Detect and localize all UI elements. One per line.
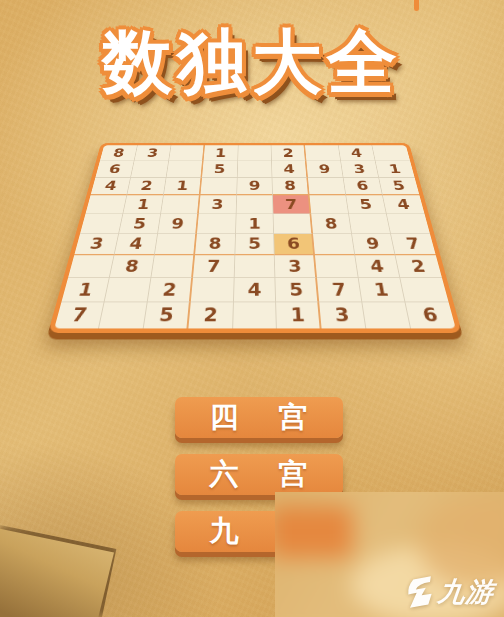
cell-r6c8: 9 [352, 234, 395, 255]
cell-r7c4: 7 [193, 255, 235, 278]
cell-r7c2: 8 [110, 255, 155, 278]
cell-r2c7: 9 [307, 161, 344, 178]
blurred-button-remnant [275, 506, 353, 558]
cell-r9c6: 1 [277, 302, 322, 328]
cell-r5c2: 5 [119, 214, 161, 234]
cell-r6c5: 5 [235, 234, 275, 255]
cell-r5c7: 8 [312, 214, 353, 234]
cell-r1c4: 1 [203, 145, 238, 161]
cell-r4c9: 4 [383, 195, 425, 214]
cell-r1c6: 2 [272, 145, 307, 161]
cell-r2c3 [166, 161, 203, 178]
cell-r2c8: 3 [341, 161, 379, 178]
cell-r3c5: 9 [237, 178, 274, 196]
cell-r4c2: 1 [123, 195, 164, 214]
cell-r8c7: 7 [317, 278, 362, 302]
cell-r8c8: 1 [359, 278, 406, 302]
cell-r6c7 [313, 234, 355, 255]
four-grid-button[interactable]: 四宫 [175, 397, 343, 438]
sudoku-board-container: 8312465493142198651375459183485697873421… [48, 133, 462, 333]
cell-r9c2 [99, 302, 148, 328]
six-grid-button[interactable]: 六宫 [175, 454, 343, 495]
cell-r2c9: 1 [376, 161, 415, 178]
four-grid-button-label: 四宫 [210, 398, 348, 438]
jiuyou-watermark: 九游 [405, 574, 494, 610]
cell-r8c1: 1 [61, 278, 109, 302]
cell-r3c6: 8 [273, 178, 310, 196]
cell-r9c8 [363, 302, 412, 328]
cell-r6c9: 7 [391, 234, 436, 255]
cell-r6c4: 8 [195, 234, 236, 255]
cell-r7c8: 4 [355, 255, 400, 278]
cell-r5c9 [387, 214, 430, 234]
cell-r3c2: 2 [127, 178, 166, 196]
cell-r1c9 [372, 145, 410, 161]
cell-r7c5 [234, 255, 276, 278]
cell-r4c4: 3 [198, 195, 236, 214]
cell-r2c6: 4 [272, 161, 308, 178]
cell-r5c1 [80, 214, 123, 234]
cell-r8c2 [104, 278, 151, 302]
cell-r6c6: 6 [274, 234, 315, 255]
game-menu-screen: 数独大全 83124654931421986513754591834856978… [0, 0, 504, 617]
cell-r1c1: 8 [100, 145, 138, 161]
cell-r3c1: 4 [91, 178, 131, 196]
sudoku-board: 8312465493142198651375459183485697873421… [48, 143, 462, 333]
cell-r3c8: 6 [344, 178, 383, 196]
cell-r9c7: 3 [320, 302, 367, 328]
cell-r8c3: 2 [147, 278, 192, 302]
cell-r2c2 [131, 161, 169, 178]
cell-r4c7 [310, 195, 349, 214]
cell-r9c1: 7 [54, 302, 104, 328]
cell-r8c4 [190, 278, 234, 302]
cell-r2c1: 6 [95, 161, 134, 178]
page-title: 数独大全 [0, 24, 504, 101]
cell-r6c2: 4 [114, 234, 157, 255]
cell-r7c6: 3 [275, 255, 317, 278]
jiuyou-brand-text: 九游 [436, 574, 496, 610]
cell-r4c8: 5 [346, 195, 387, 214]
cell-r9c5 [233, 302, 278, 328]
cell-r3c7 [308, 178, 346, 196]
cell-r9c9: 6 [406, 302, 456, 328]
cell-r1c5 [238, 145, 272, 161]
cell-r5c4 [197, 214, 237, 234]
cell-r8c5: 4 [233, 278, 276, 302]
cell-r6c1: 3 [74, 234, 119, 255]
cell-r4c6: 7 [273, 195, 311, 214]
cell-r5c5: 1 [236, 214, 275, 234]
cell-r4c1 [85, 195, 127, 214]
cell-r3c4 [200, 178, 237, 196]
top-edge-artifact [414, 0, 419, 11]
cell-r3c3: 1 [164, 178, 202, 196]
cell-r4c3 [161, 195, 200, 214]
cell-r5c3: 9 [158, 214, 199, 234]
cell-r7c7 [315, 255, 359, 278]
cell-r2c5 [237, 161, 272, 178]
cell-r9c3: 5 [143, 302, 190, 328]
six-grid-button-label: 六宫 [210, 455, 348, 495]
cell-r8c9 [400, 278, 448, 302]
cell-r1c8: 4 [339, 145, 376, 161]
cell-r1c7 [305, 145, 341, 161]
cell-r5c8 [349, 214, 391, 234]
cell-r8c6: 5 [276, 278, 320, 302]
cell-r7c3 [151, 255, 195, 278]
cell-r1c3 [169, 145, 205, 161]
cell-r1c2: 3 [134, 145, 171, 161]
cell-r7c1 [68, 255, 114, 278]
cell-r7c9: 2 [396, 255, 442, 278]
cell-r6c3 [155, 234, 197, 255]
cell-r2c4: 5 [202, 161, 238, 178]
cell-r5c6 [274, 214, 314, 234]
cell-r9c4: 2 [188, 302, 233, 328]
jiuyou-logo-icon [405, 575, 435, 609]
cell-r3c9: 5 [379, 178, 419, 196]
cell-r4c5 [236, 195, 274, 214]
